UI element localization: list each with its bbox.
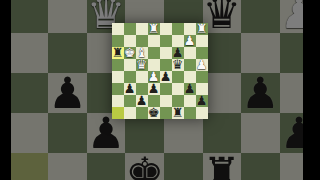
square-a8[interactable] [112, 23, 124, 35]
square-e1[interactable] [160, 107, 172, 119]
square-a1[interactable] [112, 107, 124, 119]
white-pawn-icon: ♟ [184, 35, 196, 47]
square-h1[interactable] [196, 107, 208, 119]
bg-square-a5 [10, 0, 49, 33]
square-c8[interactable] [136, 23, 148, 35]
square-e2[interactable] [160, 95, 172, 107]
square-a5[interactable] [112, 59, 124, 71]
white-queen-icon: ♛ [136, 59, 148, 71]
square-e6[interactable] [160, 47, 172, 59]
square-f4[interactable] [172, 71, 184, 83]
black-king-icon: ♚ [125, 153, 164, 180]
white-pawn-icon: ♟ [196, 59, 208, 71]
square-b5[interactable] [124, 59, 136, 71]
square-f1[interactable]: ♜ [172, 107, 184, 119]
square-g6[interactable] [184, 47, 196, 59]
white-rook-icon: ♜ [148, 23, 160, 35]
black-pawn-icon: ♟ [160, 71, 172, 83]
square-c4[interactable] [136, 71, 148, 83]
bg-square-g1 [241, 153, 280, 180]
black-pawn-icon: ♟ [124, 83, 136, 95]
square-e3[interactable] [160, 83, 172, 95]
black-rook-icon: ♜ [172, 107, 184, 119]
black-queen-icon: ♛ [172, 59, 184, 71]
black-pawn-icon: ♟ [196, 95, 208, 107]
bg-square-a3 [10, 73, 49, 113]
bg-square-f3 [203, 73, 242, 113]
square-g3[interactable]: ♟ [184, 83, 196, 95]
black-rook-icon: ♜ [112, 47, 124, 59]
bg-square-g5 [241, 0, 280, 33]
square-g1[interactable] [184, 107, 196, 119]
bg-square-c1 [87, 153, 126, 180]
square-d6[interactable] [148, 47, 160, 59]
square-c5[interactable]: ♛ [136, 59, 148, 71]
square-f5[interactable]: ♛ [172, 59, 184, 71]
square-a4[interactable] [112, 71, 124, 83]
bg-square-g4 [241, 33, 280, 73]
bg-square-c2: ♟ [87, 113, 126, 153]
square-b6[interactable]: ♚ [124, 47, 136, 59]
pillarbox-right [303, 0, 320, 180]
bg-square-g3: ♟ [241, 73, 280, 113]
white-king-icon: ♚ [124, 47, 136, 59]
square-e8[interactable] [160, 23, 172, 35]
square-e7[interactable] [160, 35, 172, 47]
square-b3[interactable]: ♟ [124, 83, 136, 95]
square-g2[interactable] [184, 95, 196, 107]
bg-square-f4 [203, 33, 242, 73]
square-h2[interactable]: ♟ [196, 95, 208, 107]
bg-square-f1: ♜ [203, 153, 242, 180]
bg-square-a4 [10, 33, 49, 73]
square-d8[interactable]: ♜ [148, 23, 160, 35]
square-h7[interactable] [196, 35, 208, 47]
black-pawn-icon: ♟ [184, 83, 196, 95]
square-h5[interactable]: ♟ [196, 59, 208, 71]
black-queen-icon: ♛ [203, 0, 242, 33]
bg-square-a2 [10, 113, 49, 153]
black-pawn-icon: ♟ [148, 83, 160, 95]
square-c2[interactable]: ♟ [136, 95, 148, 107]
square-d7[interactable] [148, 35, 160, 47]
square-d3[interactable]: ♟ [148, 83, 160, 95]
black-king-icon: ♚ [148, 107, 160, 119]
square-h4[interactable] [196, 71, 208, 83]
bg-square-b3: ♟ [48, 73, 87, 113]
square-b1[interactable] [124, 107, 136, 119]
square-a6[interactable]: ♜ [112, 47, 124, 59]
black-pawn-icon: ♟ [136, 95, 148, 107]
black-rook-icon: ♜ [203, 153, 242, 180]
bg-square-b1 [48, 153, 87, 180]
bg-square-e1 [164, 153, 203, 180]
bg-square-g2 [241, 113, 280, 153]
square-g7[interactable]: ♟ [184, 35, 196, 47]
chess-board[interactable]: ♜♜♟♜♚♝♟♛♛♟♟♟♟♟♟♟♟♚♜ [112, 23, 208, 119]
bg-square-f5: ♛ [203, 0, 242, 33]
bg-square-f2 [203, 113, 242, 153]
black-pawn-icon: ♟ [87, 113, 126, 153]
square-a2[interactable] [112, 95, 124, 107]
bg-square-a1 [10, 153, 49, 180]
square-f3[interactable] [172, 83, 184, 95]
video-frame: ♜♜♟♜♚♝♟♛♛♟♟♟♟♟♟♟♟♚♜ ♜♜♟♜♚♝♟♛♛♟♟♟♟♟♟♟♟♚♜ [0, 0, 320, 180]
square-f8[interactable] [172, 23, 184, 35]
black-pawn-icon: ♟ [241, 73, 280, 113]
square-h8[interactable]: ♜ [196, 23, 208, 35]
bg-square-b5 [48, 0, 87, 33]
square-e4[interactable]: ♟ [160, 71, 172, 83]
pillarbox-left [0, 0, 11, 180]
square-d1[interactable]: ♚ [148, 107, 160, 119]
square-g5[interactable] [184, 59, 196, 71]
bg-square-d1: ♚ [125, 153, 164, 180]
square-c1[interactable] [136, 107, 148, 119]
bg-square-b4 [48, 33, 87, 73]
bg-square-b2 [48, 113, 87, 153]
square-b8[interactable] [124, 23, 136, 35]
bg-square-e2 [164, 113, 203, 153]
white-rook-icon: ♜ [196, 23, 208, 35]
square-a3[interactable] [112, 83, 124, 95]
square-b2[interactable] [124, 95, 136, 107]
black-pawn-icon: ♟ [48, 73, 87, 113]
